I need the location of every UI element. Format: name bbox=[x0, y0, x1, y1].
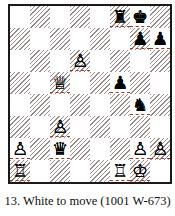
square-e8[interactable] bbox=[90, 6, 110, 28]
square-a3[interactable] bbox=[10, 116, 30, 138]
piece-white-pawn-g2[interactable]: ♙ bbox=[132, 138, 148, 160]
square-e4[interactable] bbox=[90, 94, 110, 116]
piece-white-pawn-h2[interactable]: ♙ bbox=[152, 138, 168, 160]
square-f4[interactable] bbox=[110, 94, 130, 116]
square-f7[interactable] bbox=[110, 28, 130, 50]
square-b3[interactable] bbox=[30, 116, 50, 138]
piece-black-knight-g4[interactable]: ♞ bbox=[132, 94, 148, 116]
square-h1[interactable] bbox=[150, 160, 170, 182]
square-e3[interactable] bbox=[90, 116, 110, 138]
square-a6[interactable] bbox=[10, 50, 30, 72]
square-c4[interactable] bbox=[50, 94, 70, 116]
square-g1[interactable]: ♔ bbox=[130, 160, 150, 182]
square-h3[interactable] bbox=[150, 116, 170, 138]
square-a4[interactable] bbox=[10, 94, 30, 116]
square-d8[interactable] bbox=[70, 6, 90, 28]
square-c2[interactable]: ♛ bbox=[50, 138, 70, 160]
square-b8[interactable] bbox=[30, 6, 50, 28]
square-b6[interactable] bbox=[30, 50, 50, 72]
square-b5[interactable] bbox=[30, 72, 50, 94]
square-e1[interactable] bbox=[90, 160, 110, 182]
square-f5[interactable]: ♟ bbox=[110, 72, 130, 94]
square-b1[interactable] bbox=[30, 160, 50, 182]
piece-white-rook-a1[interactable]: ♖ bbox=[12, 160, 28, 182]
square-e6[interactable] bbox=[90, 50, 110, 72]
chess-board-frame: ♜♚♟♟♙♕♟♞♙♙♛♙♙♖♖♔ bbox=[8, 4, 172, 184]
square-c3[interactable]: ♙ bbox=[50, 116, 70, 138]
square-h8[interactable] bbox=[150, 6, 170, 28]
square-h2[interactable]: ♙ bbox=[150, 138, 170, 160]
square-f8[interactable]: ♜ bbox=[110, 6, 130, 28]
square-c8[interactable] bbox=[50, 6, 70, 28]
square-d1[interactable] bbox=[70, 160, 90, 182]
piece-black-queen-c2[interactable]: ♛ bbox=[52, 138, 68, 160]
square-g3[interactable] bbox=[130, 116, 150, 138]
chess-board: ♜♚♟♟♙♕♟♞♙♙♛♙♙♖♖♔ bbox=[10, 6, 170, 182]
piece-black-king-g8[interactable]: ♚ bbox=[132, 6, 148, 28]
piece-black-pawn-h7[interactable]: ♟ bbox=[152, 28, 168, 50]
square-a1[interactable]: ♖ bbox=[10, 160, 30, 182]
square-b7[interactable] bbox=[30, 28, 50, 50]
square-g7[interactable]: ♟ bbox=[130, 28, 150, 50]
square-c5[interactable]: ♕ bbox=[50, 72, 70, 94]
square-f3[interactable] bbox=[110, 116, 130, 138]
square-d2[interactable] bbox=[70, 138, 90, 160]
diagram-caption: 13. White to move (1001 W-673) bbox=[0, 194, 175, 209]
square-f2[interactable] bbox=[110, 138, 130, 160]
square-e5[interactable] bbox=[90, 72, 110, 94]
square-d4[interactable] bbox=[70, 94, 90, 116]
square-d5[interactable] bbox=[70, 72, 90, 94]
piece-white-king-g1[interactable]: ♔ bbox=[132, 160, 148, 182]
square-h7[interactable]: ♟ bbox=[150, 28, 170, 50]
square-g5[interactable] bbox=[130, 72, 150, 94]
square-e7[interactable] bbox=[90, 28, 110, 50]
square-b2[interactable] bbox=[30, 138, 50, 160]
square-d6[interactable]: ♙ bbox=[70, 50, 90, 72]
square-c7[interactable] bbox=[50, 28, 70, 50]
square-h4[interactable] bbox=[150, 94, 170, 116]
square-c6[interactable] bbox=[50, 50, 70, 72]
square-g8[interactable]: ♚ bbox=[130, 6, 150, 28]
piece-white-pawn-d6[interactable]: ♙ bbox=[72, 50, 88, 72]
square-c1[interactable] bbox=[50, 160, 70, 182]
diagram-page: ♜♚♟♟♙♕♟♞♙♙♛♙♙♖♖♔ 13. White to move (1001… bbox=[0, 0, 175, 216]
square-b4[interactable] bbox=[30, 94, 50, 116]
piece-black-pawn-f5[interactable]: ♟ bbox=[112, 72, 128, 94]
piece-black-rook-f8[interactable]: ♜ bbox=[112, 6, 128, 28]
square-a2[interactable]: ♙ bbox=[10, 138, 30, 160]
square-h5[interactable] bbox=[150, 72, 170, 94]
square-d7[interactable] bbox=[70, 28, 90, 50]
piece-black-pawn-g7[interactable]: ♟ bbox=[132, 28, 148, 50]
piece-white-queen-c5[interactable]: ♕ bbox=[52, 72, 68, 94]
square-f6[interactable] bbox=[110, 50, 130, 72]
square-g2[interactable]: ♙ bbox=[130, 138, 150, 160]
square-g4[interactable]: ♞ bbox=[130, 94, 150, 116]
piece-white-pawn-a2[interactable]: ♙ bbox=[12, 138, 28, 160]
square-a5[interactable] bbox=[10, 72, 30, 94]
square-f1[interactable]: ♖ bbox=[110, 160, 130, 182]
square-a8[interactable] bbox=[10, 6, 30, 28]
square-g6[interactable] bbox=[130, 50, 150, 72]
piece-white-rook-f1[interactable]: ♖ bbox=[112, 160, 128, 182]
piece-white-pawn-c3[interactable]: ♙ bbox=[52, 116, 68, 138]
square-h6[interactable] bbox=[150, 50, 170, 72]
square-a7[interactable] bbox=[10, 28, 30, 50]
square-e2[interactable] bbox=[90, 138, 110, 160]
square-d3[interactable] bbox=[70, 116, 90, 138]
